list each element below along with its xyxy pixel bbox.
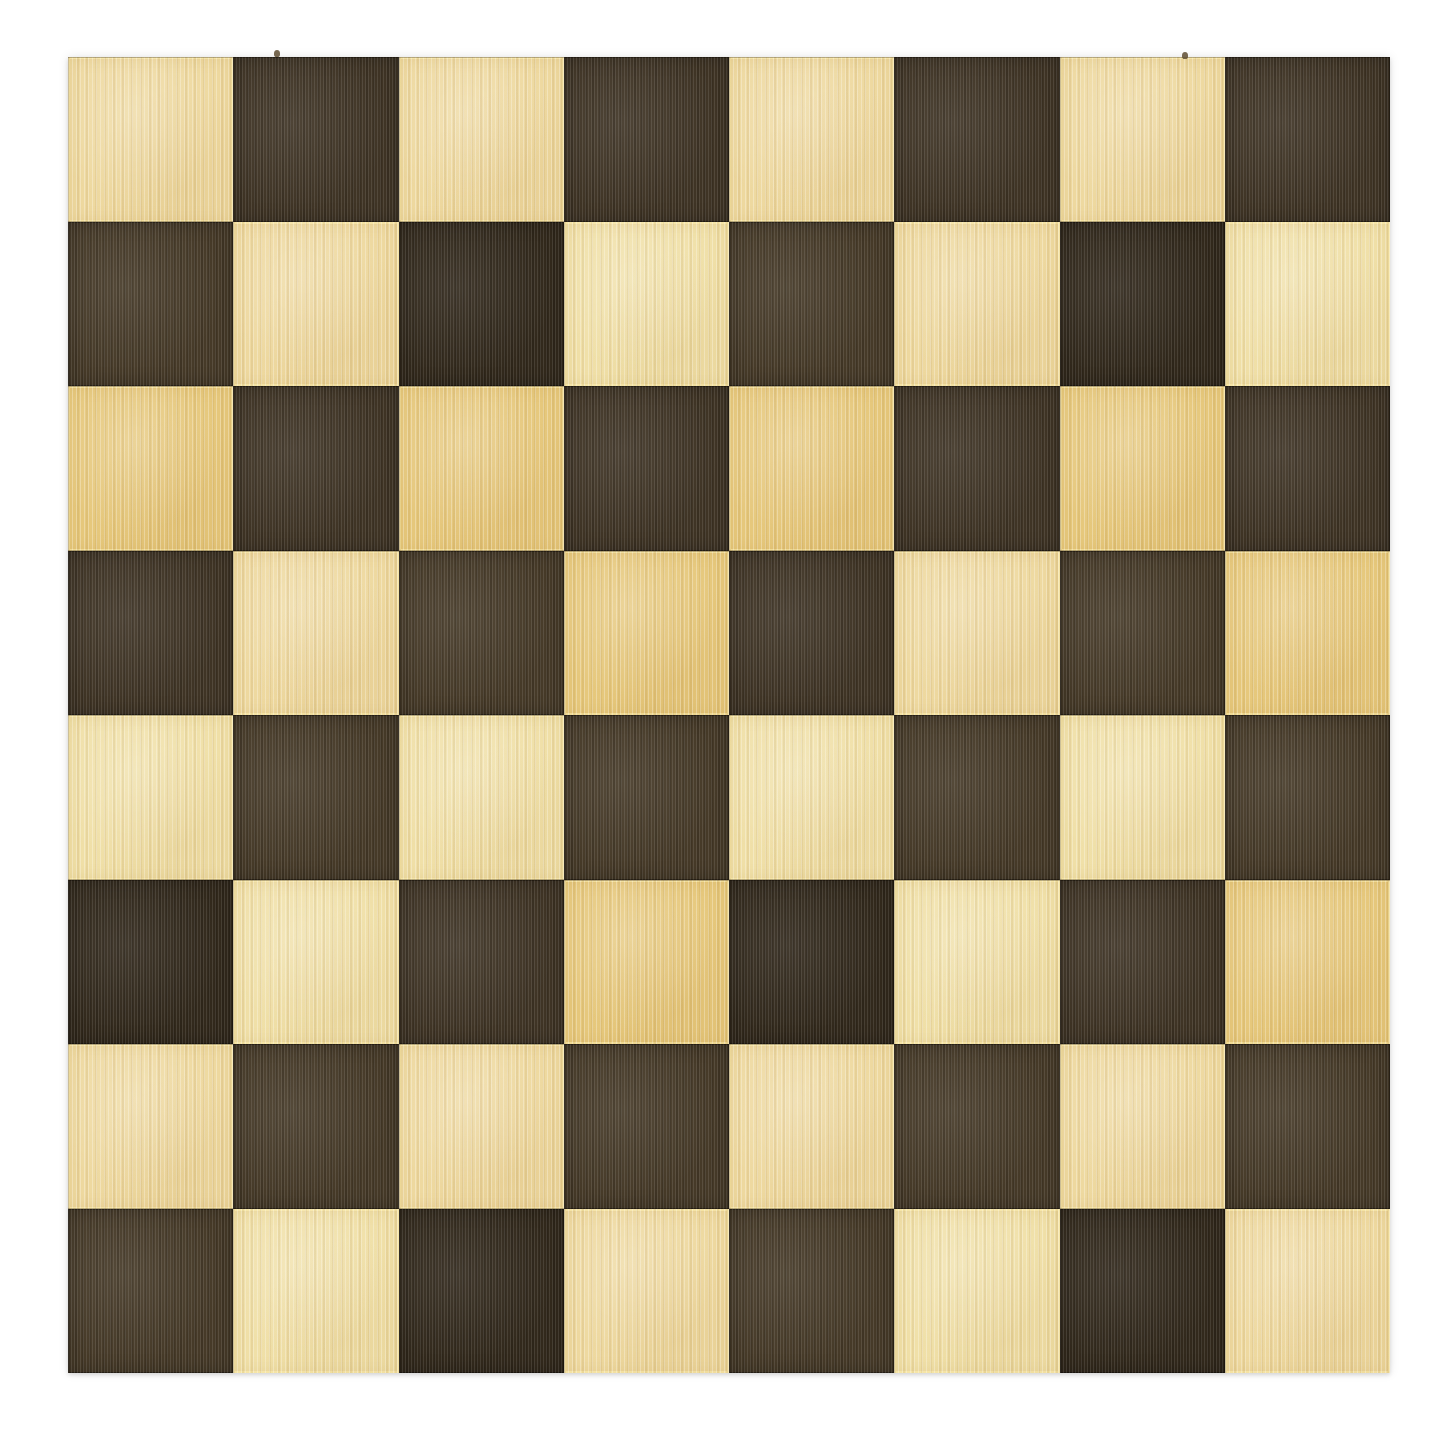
square-a4[interactable] [68,715,233,880]
square-a7[interactable] [68,222,233,387]
square-g3[interactable] [1060,880,1225,1045]
mounting-pin-left-icon [274,50,280,57]
square-d5[interactable] [564,551,729,716]
square-b7[interactable] [233,222,398,387]
square-f3[interactable] [894,880,1059,1045]
square-h3[interactable] [1225,880,1390,1045]
square-a5[interactable] [68,551,233,716]
square-a2[interactable] [68,1044,233,1209]
square-d7[interactable] [564,222,729,387]
square-d2[interactable] [564,1044,729,1209]
square-a6[interactable] [68,386,233,551]
square-g6[interactable] [1060,386,1225,551]
square-f2[interactable] [894,1044,1059,1209]
square-g1[interactable] [1060,1209,1225,1374]
square-b3[interactable] [233,880,398,1045]
square-c3[interactable] [399,880,564,1045]
square-b8[interactable] [233,57,398,222]
square-c6[interactable] [399,386,564,551]
square-h7[interactable] [1225,222,1390,387]
square-h5[interactable] [1225,551,1390,716]
square-a3[interactable] [68,880,233,1045]
square-e8[interactable] [729,57,894,222]
square-f5[interactable] [894,551,1059,716]
square-f4[interactable] [894,715,1059,880]
square-e1[interactable] [729,1209,894,1374]
square-h2[interactable] [1225,1044,1390,1209]
square-h4[interactable] [1225,715,1390,880]
square-a1[interactable] [68,1209,233,1374]
square-e4[interactable] [729,715,894,880]
square-h6[interactable] [1225,386,1390,551]
square-e7[interactable] [729,222,894,387]
square-c8[interactable] [399,57,564,222]
square-e3[interactable] [729,880,894,1045]
square-a8[interactable] [68,57,233,222]
square-d1[interactable] [564,1209,729,1374]
square-d8[interactable] [564,57,729,222]
square-e5[interactable] [729,551,894,716]
square-d3[interactable] [564,880,729,1045]
square-b4[interactable] [233,715,398,880]
square-g2[interactable] [1060,1044,1225,1209]
square-c1[interactable] [399,1209,564,1374]
square-f8[interactable] [894,57,1059,222]
square-b5[interactable] [233,551,398,716]
square-d4[interactable] [564,715,729,880]
chess-board [68,57,1390,1373]
square-e6[interactable] [729,386,894,551]
square-f7[interactable] [894,222,1059,387]
square-e2[interactable] [729,1044,894,1209]
square-g4[interactable] [1060,715,1225,880]
square-c2[interactable] [399,1044,564,1209]
square-b1[interactable] [233,1209,398,1374]
square-b2[interactable] [233,1044,398,1209]
square-b6[interactable] [233,386,398,551]
square-g5[interactable] [1060,551,1225,716]
square-h1[interactable] [1225,1209,1390,1374]
photo-stage [0,0,1448,1448]
mounting-pin-right-icon [1182,52,1188,59]
square-c4[interactable] [399,715,564,880]
square-f1[interactable] [894,1209,1059,1374]
square-g8[interactable] [1060,57,1225,222]
square-g7[interactable] [1060,222,1225,387]
square-h8[interactable] [1225,57,1390,222]
square-c5[interactable] [399,551,564,716]
square-f6[interactable] [894,386,1059,551]
square-c7[interactable] [399,222,564,387]
square-d6[interactable] [564,386,729,551]
